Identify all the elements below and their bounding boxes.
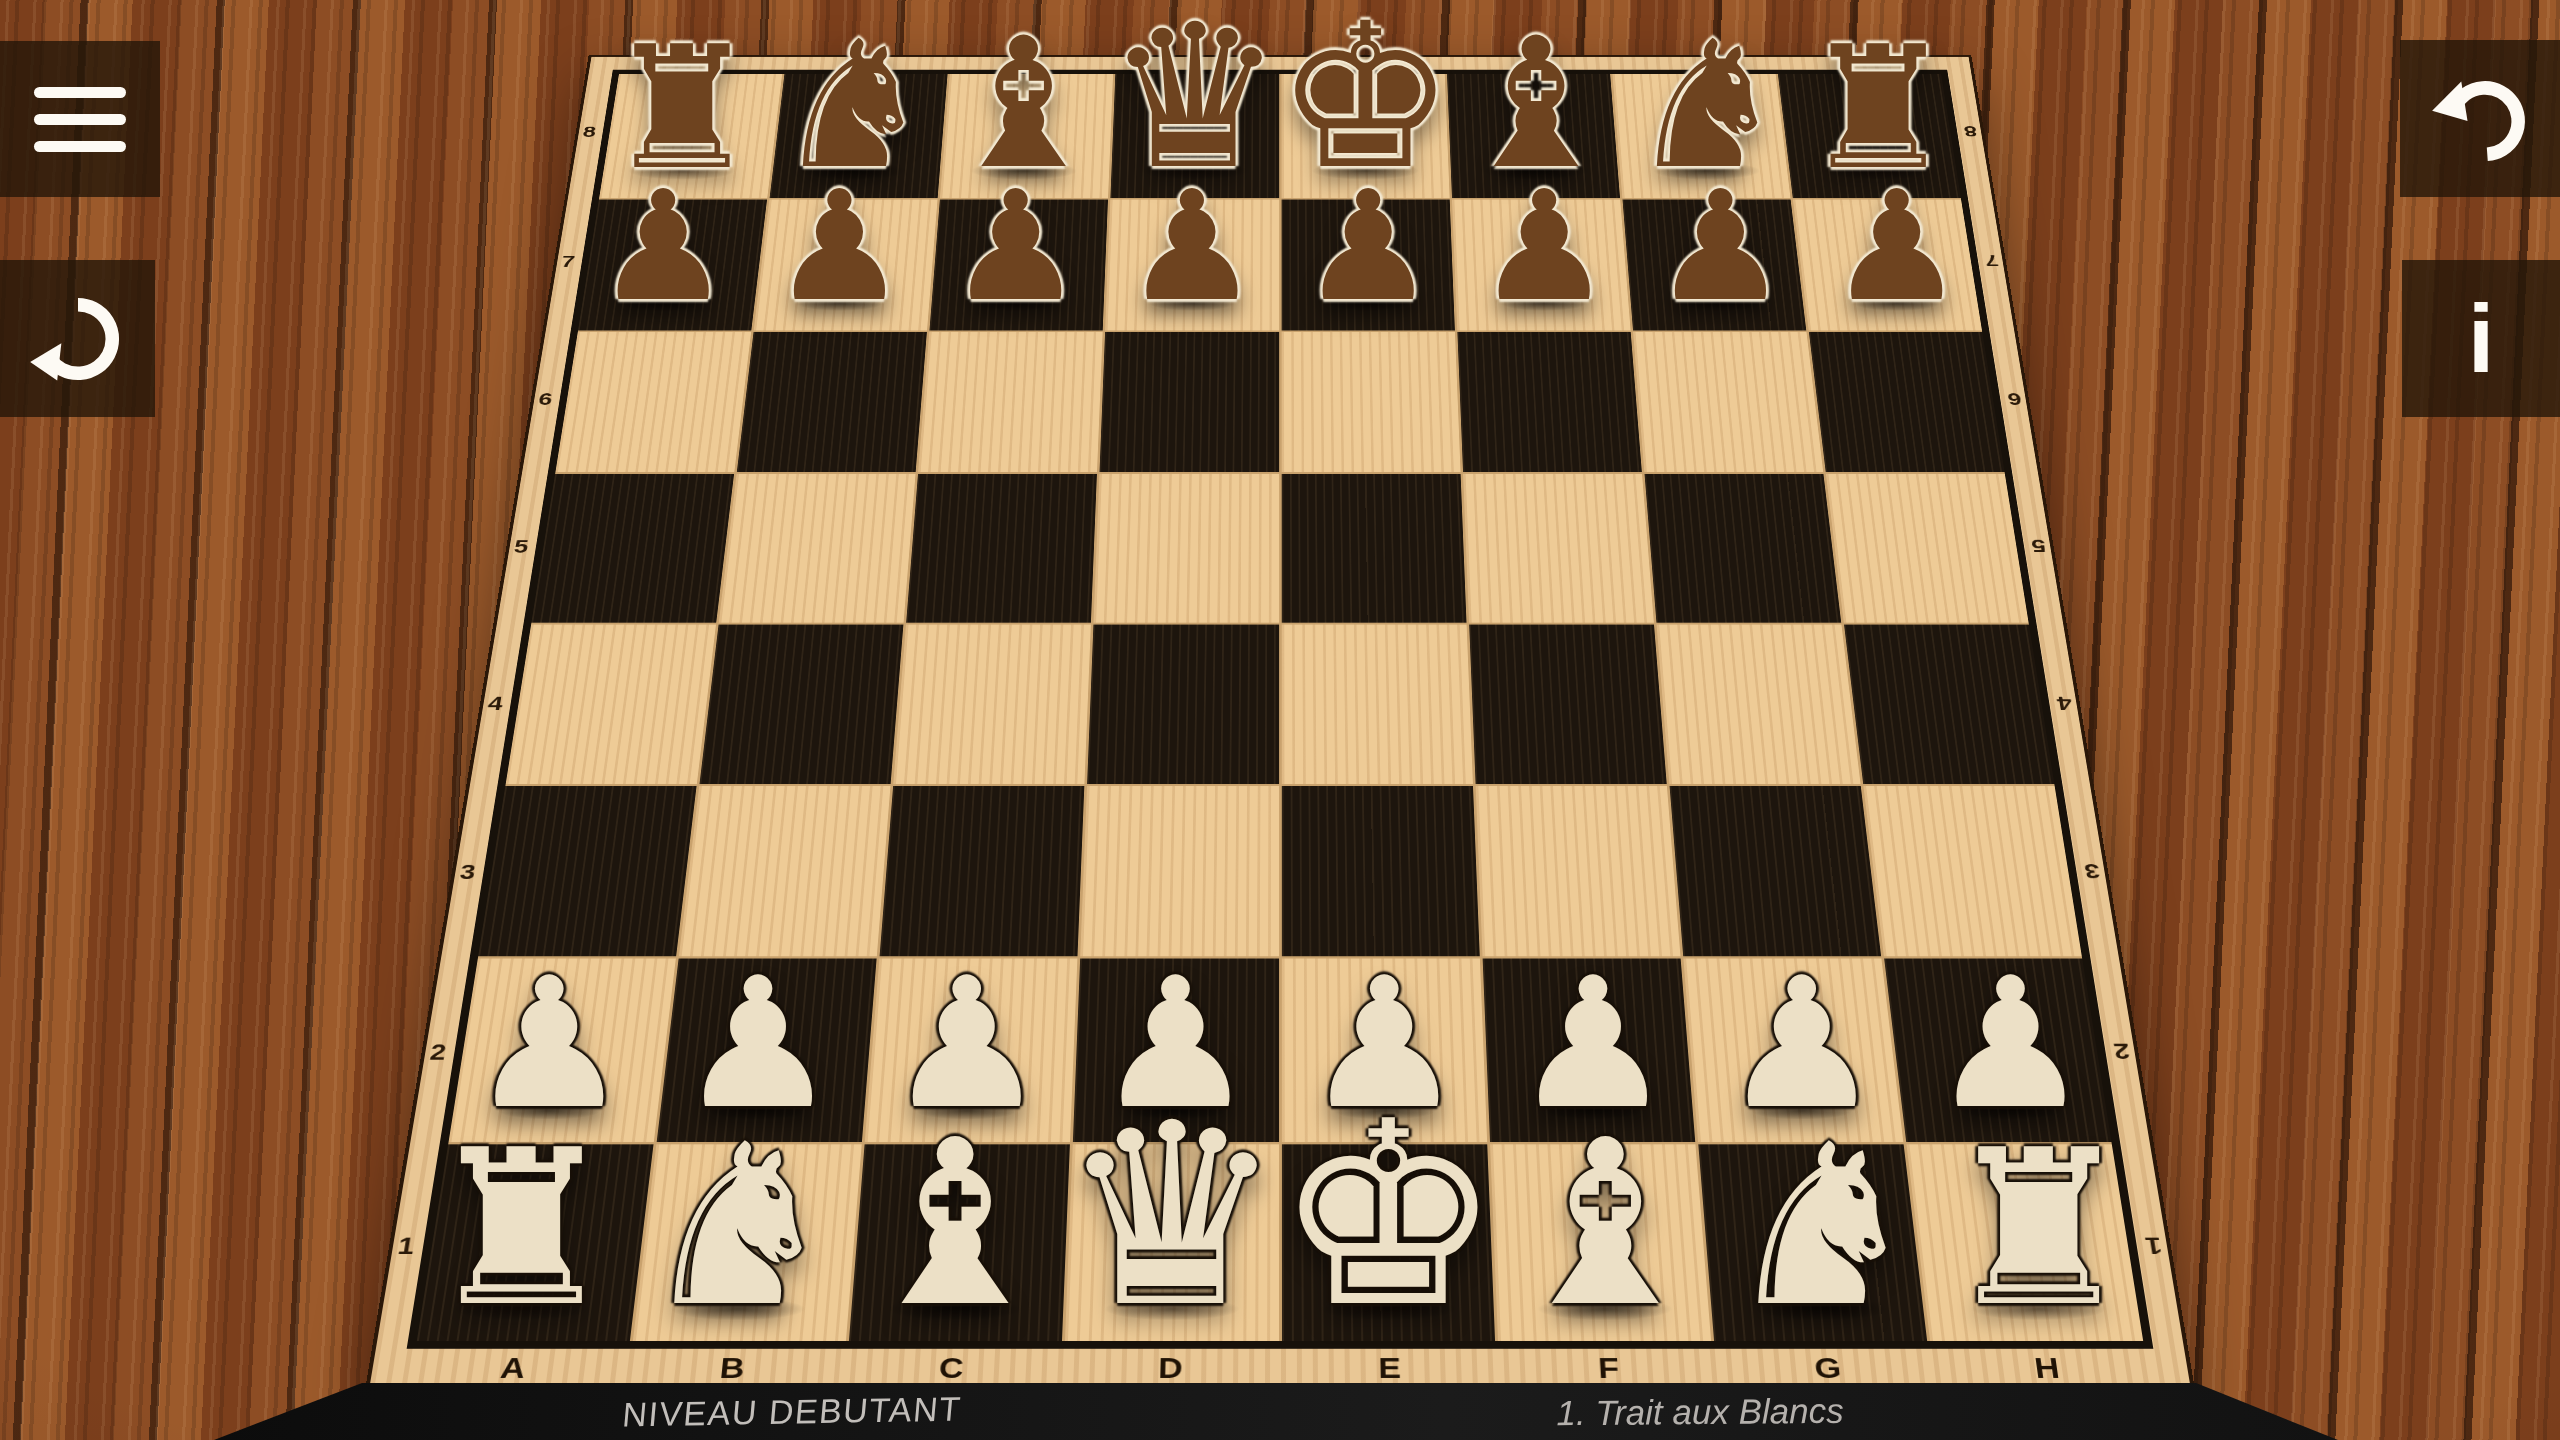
board-front-edge: NIVEAU DEBUTANT 1. Trait aux Blancs bbox=[214, 1383, 2338, 1440]
square-c3[interactable] bbox=[880, 786, 1085, 957]
square-c4[interactable] bbox=[894, 625, 1092, 784]
rotate-icon bbox=[26, 287, 130, 391]
info-button[interactable]: i bbox=[2402, 260, 2560, 417]
square-g5[interactable] bbox=[1644, 474, 1841, 623]
square-d4[interactable] bbox=[1087, 625, 1278, 784]
piece-white-rook[interactable]: ♜ bbox=[1942, 1122, 2135, 1337]
undo-icon bbox=[2428, 67, 2532, 171]
square-a5[interactable] bbox=[531, 474, 734, 623]
piece-white-queen[interactable]: ♛ bbox=[1059, 1090, 1285, 1342]
piece-black-pawn[interactable]: ♟ bbox=[595, 171, 731, 323]
piece-black-pawn[interactable]: ♟ bbox=[771, 171, 907, 323]
square-e4[interactable] bbox=[1281, 625, 1472, 784]
square-c6[interactable] bbox=[918, 332, 1103, 472]
square-a4[interactable] bbox=[506, 625, 716, 784]
square-f6[interactable] bbox=[1457, 332, 1642, 472]
square-c5[interactable] bbox=[906, 474, 1097, 623]
piece-black-pawn[interactable]: ♟ bbox=[1124, 171, 1260, 323]
square-g4[interactable] bbox=[1656, 625, 1860, 784]
square-h6[interactable] bbox=[1809, 332, 2005, 472]
square-e5[interactable] bbox=[1281, 474, 1466, 623]
rotate-board-button[interactable] bbox=[0, 260, 155, 417]
piece-white-bishop[interactable]: ♝ bbox=[852, 1110, 1057, 1339]
info-icon: i bbox=[2468, 291, 2495, 387]
piece-black-pawn[interactable]: ♟ bbox=[1652, 171, 1788, 323]
piece-black-pawn[interactable]: ♟ bbox=[1476, 171, 1612, 323]
level-status-text: NIVEAU DEBUTANT bbox=[621, 1389, 964, 1434]
square-g6[interactable] bbox=[1633, 332, 1823, 472]
square-e3[interactable] bbox=[1281, 786, 1479, 957]
turn-status-text: 1. Trait aux Blancs bbox=[1556, 1390, 1844, 1433]
piece-white-knight[interactable]: ♞ bbox=[638, 1116, 838, 1339]
square-a3[interactable] bbox=[478, 786, 697, 957]
piece-white-rook[interactable]: ♜ bbox=[425, 1122, 618, 1337]
square-h3[interactable] bbox=[1863, 786, 2082, 957]
square-d5[interactable] bbox=[1094, 474, 1279, 623]
square-f3[interactable] bbox=[1475, 786, 1680, 957]
square-b4[interactable] bbox=[700, 625, 904, 784]
piece-white-king[interactable]: ♚ bbox=[1274, 1088, 1502, 1342]
piece-black-pawn[interactable]: ♟ bbox=[1829, 171, 1965, 323]
square-a6[interactable] bbox=[555, 332, 751, 472]
piece-white-knight[interactable]: ♞ bbox=[1722, 1116, 1922, 1339]
square-d3[interactable] bbox=[1081, 786, 1279, 957]
square-e6[interactable] bbox=[1281, 332, 1460, 472]
piece-white-bishop[interactable]: ♝ bbox=[1503, 1110, 1708, 1339]
square-f4[interactable] bbox=[1469, 625, 1667, 784]
square-h4[interactable] bbox=[1844, 625, 2054, 784]
square-b6[interactable] bbox=[737, 332, 927, 472]
menu-icon bbox=[34, 87, 126, 152]
square-g3[interactable] bbox=[1669, 786, 1881, 957]
square-h5[interactable] bbox=[1826, 474, 2029, 623]
square-f5[interactable] bbox=[1463, 474, 1654, 623]
square-b3[interactable] bbox=[679, 786, 891, 957]
menu-button[interactable] bbox=[0, 41, 160, 197]
undo-button[interactable] bbox=[2400, 40, 2560, 197]
square-d6[interactable] bbox=[1100, 332, 1279, 472]
piece-black-pawn[interactable]: ♟ bbox=[1300, 171, 1436, 323]
square-b5[interactable] bbox=[719, 474, 916, 623]
piece-black-pawn[interactable]: ♟ bbox=[947, 171, 1083, 323]
